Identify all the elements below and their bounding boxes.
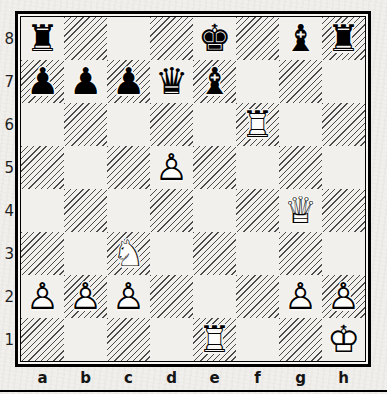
square-b1[interactable] bbox=[64, 318, 107, 361]
rank-label-6: 6 bbox=[0, 103, 14, 146]
square-d5[interactable]: ♟♙ bbox=[150, 146, 193, 189]
square-b7[interactable]: ♟ bbox=[64, 60, 107, 103]
piece-fill-white-pawn-d5: ♟ bbox=[150, 146, 193, 189]
piece-fill-white-rook-e1: ♜ bbox=[193, 318, 236, 361]
piece-white-rook-e1[interactable]: ♖ bbox=[193, 318, 236, 361]
square-g1[interactable] bbox=[279, 318, 322, 361]
square-h7[interactable] bbox=[322, 60, 365, 103]
square-f7[interactable] bbox=[236, 60, 279, 103]
square-f5[interactable] bbox=[236, 146, 279, 189]
piece-fill-white-pawn-a2: ♟ bbox=[21, 275, 64, 318]
piece-white-pawn-h2[interactable]: ♙ bbox=[322, 275, 365, 318]
piece-fill-white-rook-f6: ♜ bbox=[236, 103, 279, 146]
square-h6[interactable] bbox=[322, 103, 365, 146]
square-e4[interactable] bbox=[193, 189, 236, 232]
square-d6[interactable] bbox=[150, 103, 193, 146]
rank-label-5: 5 bbox=[0, 146, 14, 189]
piece-black-queen-d7[interactable]: ♛ bbox=[150, 60, 193, 103]
square-g3[interactable] bbox=[279, 232, 322, 275]
square-e3[interactable] bbox=[193, 232, 236, 275]
square-c2[interactable]: ♟♙ bbox=[107, 275, 150, 318]
square-c8[interactable] bbox=[107, 17, 150, 60]
square-h5[interactable] bbox=[322, 146, 365, 189]
rank-label-4: 4 bbox=[0, 189, 14, 232]
square-a8[interactable]: ♜ bbox=[21, 17, 64, 60]
file-label-a: a bbox=[21, 366, 64, 390]
board-inner-border: ♜♚♝♜♟♟♟♛♝♜♖♟♙♛♕♞♘♟♙♟♙♟♙♟♙♟♙♜♖♚♔ bbox=[20, 16, 366, 362]
piece-white-king-h1[interactable]: ♔ bbox=[322, 318, 365, 361]
square-d3[interactable] bbox=[150, 232, 193, 275]
piece-white-pawn-a2[interactable]: ♙ bbox=[21, 275, 64, 318]
square-a1[interactable] bbox=[21, 318, 64, 361]
square-c1[interactable] bbox=[107, 318, 150, 361]
square-f6[interactable]: ♜♖ bbox=[236, 103, 279, 146]
square-a4[interactable] bbox=[21, 189, 64, 232]
piece-fill-white-pawn-b2: ♟ bbox=[64, 275, 107, 318]
piece-white-pawn-g2[interactable]: ♙ bbox=[279, 275, 322, 318]
square-b8[interactable] bbox=[64, 17, 107, 60]
piece-black-king-e8[interactable]: ♚ bbox=[193, 17, 236, 60]
square-b6[interactable] bbox=[64, 103, 107, 146]
piece-white-pawn-c2[interactable]: ♙ bbox=[107, 275, 150, 318]
square-c6[interactable] bbox=[107, 103, 150, 146]
bottom-divider bbox=[0, 390, 387, 392]
piece-white-pawn-b2[interactable]: ♙ bbox=[64, 275, 107, 318]
rank-label-8: 8 bbox=[0, 17, 14, 60]
piece-fill-white-queen-g4: ♛ bbox=[279, 189, 322, 232]
piece-fill-white-king-h1: ♚ bbox=[322, 318, 365, 361]
rank-label-3: 3 bbox=[0, 232, 14, 275]
piece-black-rook-a8[interactable]: ♜ bbox=[21, 17, 64, 60]
square-g6[interactable] bbox=[279, 103, 322, 146]
square-h4[interactable] bbox=[322, 189, 365, 232]
rank-label-1: 1 bbox=[0, 318, 14, 361]
square-g2[interactable]: ♟♙ bbox=[279, 275, 322, 318]
square-f2[interactable] bbox=[236, 275, 279, 318]
file-label-b: b bbox=[64, 366, 107, 390]
square-a5[interactable] bbox=[21, 146, 64, 189]
square-g7[interactable] bbox=[279, 60, 322, 103]
piece-white-rook-f6[interactable]: ♖ bbox=[236, 103, 279, 146]
piece-black-pawn-b7[interactable]: ♟ bbox=[64, 60, 107, 103]
square-c3[interactable]: ♞♘ bbox=[107, 232, 150, 275]
square-e2[interactable] bbox=[193, 275, 236, 318]
square-a7[interactable]: ♟ bbox=[21, 60, 64, 103]
file-labels: abcdefgh bbox=[21, 366, 365, 390]
square-h3[interactable] bbox=[322, 232, 365, 275]
square-c7[interactable]: ♟ bbox=[107, 60, 150, 103]
chess-diagram: 87654321 ♜♚♝♜♟♟♟♛♝♜♖♟♙♛♕♞♘♟♙♟♙♟♙♟♙♟♙♜♖♚♔… bbox=[0, 0, 387, 394]
piece-fill-white-pawn-c2: ♟ bbox=[107, 275, 150, 318]
square-a2[interactable]: ♟♙ bbox=[21, 275, 64, 318]
piece-black-pawn-c7[interactable]: ♟ bbox=[107, 60, 150, 103]
piece-black-pawn-a7[interactable]: ♟ bbox=[21, 60, 64, 103]
piece-white-queen-g4[interactable]: ♕ bbox=[279, 189, 322, 232]
rank-labels: 87654321 bbox=[0, 17, 14, 361]
file-label-d: d bbox=[150, 366, 193, 390]
square-e1[interactable]: ♜♖ bbox=[193, 318, 236, 361]
square-b5[interactable] bbox=[64, 146, 107, 189]
square-b4[interactable] bbox=[64, 189, 107, 232]
file-label-g: g bbox=[279, 366, 322, 390]
square-g4[interactable]: ♛♕ bbox=[279, 189, 322, 232]
square-g8[interactable]: ♝ bbox=[279, 17, 322, 60]
chessboard[interactable]: ♜♚♝♜♟♟♟♛♝♜♖♟♙♛♕♞♘♟♙♟♙♟♙♟♙♟♙♜♖♚♔ bbox=[21, 17, 365, 361]
square-f8[interactable] bbox=[236, 17, 279, 60]
square-d4[interactable] bbox=[150, 189, 193, 232]
square-e7[interactable]: ♝ bbox=[193, 60, 236, 103]
piece-black-rook-h8[interactable]: ♜ bbox=[322, 17, 365, 60]
square-f3[interactable] bbox=[236, 232, 279, 275]
piece-fill-white-knight-c3: ♞ bbox=[107, 232, 150, 275]
file-label-f: f bbox=[236, 366, 279, 390]
file-label-h: h bbox=[322, 366, 365, 390]
square-h8[interactable]: ♜ bbox=[322, 17, 365, 60]
piece-fill-white-pawn-g2: ♟ bbox=[279, 275, 322, 318]
square-d7[interactable]: ♛ bbox=[150, 60, 193, 103]
piece-fill-white-pawn-h2: ♟ bbox=[322, 275, 365, 318]
rank-label-7: 7 bbox=[0, 60, 14, 103]
square-c5[interactable] bbox=[107, 146, 150, 189]
square-g5[interactable] bbox=[279, 146, 322, 189]
board-frame: ♜♚♝♜♟♟♟♛♝♜♖♟♙♛♕♞♘♟♙♟♙♟♙♟♙♟♙♜♖♚♔ bbox=[15, 11, 371, 367]
square-b3[interactable] bbox=[64, 232, 107, 275]
square-b2[interactable]: ♟♙ bbox=[64, 275, 107, 318]
square-e5[interactable] bbox=[193, 146, 236, 189]
square-h1[interactable]: ♚♔ bbox=[322, 318, 365, 361]
square-f1[interactable] bbox=[236, 318, 279, 361]
square-d1[interactable] bbox=[150, 318, 193, 361]
piece-white-knight-c3[interactable]: ♘ bbox=[107, 232, 150, 275]
square-f4[interactable] bbox=[236, 189, 279, 232]
square-e6[interactable] bbox=[193, 103, 236, 146]
piece-white-pawn-d5[interactable]: ♙ bbox=[150, 146, 193, 189]
square-d8[interactable] bbox=[150, 17, 193, 60]
square-c4[interactable] bbox=[107, 189, 150, 232]
square-d2[interactable] bbox=[150, 275, 193, 318]
square-e8[interactable]: ♚ bbox=[193, 17, 236, 60]
piece-black-bishop-g8[interactable]: ♝ bbox=[279, 17, 322, 60]
square-a6[interactable] bbox=[21, 103, 64, 146]
file-label-e: e bbox=[193, 366, 236, 390]
square-a3[interactable] bbox=[21, 232, 64, 275]
rank-label-2: 2 bbox=[0, 275, 14, 318]
square-h2[interactable]: ♟♙ bbox=[322, 275, 365, 318]
piece-black-bishop-e7[interactable]: ♝ bbox=[193, 60, 236, 103]
file-label-c: c bbox=[107, 366, 150, 390]
